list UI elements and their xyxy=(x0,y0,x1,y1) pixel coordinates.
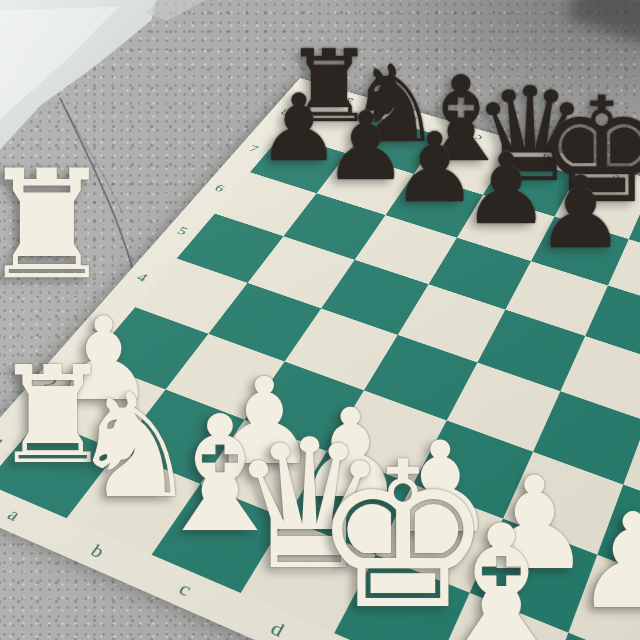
rank-label-left-7: 7 xyxy=(240,141,267,157)
plastic-bag-body xyxy=(0,0,270,170)
table-shadow-smudge xyxy=(567,0,640,47)
plastic-bag xyxy=(0,0,270,170)
photo-scene: aabbccddeeffgghh1122334455667788 of Ches… xyxy=(0,0,640,640)
rank-label-left-8: 8 xyxy=(272,105,298,120)
plastic-bag-edge xyxy=(0,0,270,170)
file-label-bottom-c: c xyxy=(166,573,205,606)
off-board-white-rook: ♜ xyxy=(0,150,114,300)
chess-board: aabbccddeeffgghh1122334455667788 of Ches… xyxy=(0,78,640,640)
file-label-bottom-d: d xyxy=(258,612,298,640)
file-label-bottom-b: b xyxy=(78,536,117,567)
plastic-bag-highlight xyxy=(0,0,270,170)
